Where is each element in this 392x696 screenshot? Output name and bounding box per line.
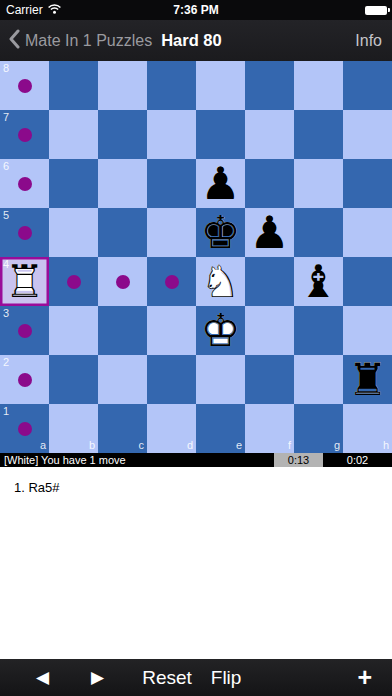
square-b7[interactable]: [49, 110, 98, 159]
legal-move-dot[interactable]: [116, 275, 130, 289]
square-c8[interactable]: [98, 61, 147, 110]
square-c6[interactable]: [98, 159, 147, 208]
bottom-toolbar: ◀ ▶ Reset Flip +: [0, 659, 392, 696]
file-label: b: [89, 440, 95, 451]
black-pawn[interactable]: ♙♟: [245, 208, 294, 257]
square-d7[interactable]: [147, 110, 196, 159]
square-e7[interactable]: [196, 110, 245, 159]
square-a4[interactable]: 4♜♖: [0, 257, 49, 306]
square-b2[interactable]: [49, 355, 98, 404]
legal-move-dot[interactable]: [67, 275, 81, 289]
next-move-button[interactable]: ▶: [91, 667, 104, 688]
square-c3[interactable]: [98, 306, 147, 355]
square-g7[interactable]: [294, 110, 343, 159]
square-b1[interactable]: b: [49, 404, 98, 453]
legal-move-dot[interactable]: [18, 373, 32, 387]
square-e4[interactable]: ♞♘: [196, 257, 245, 306]
rank-label: 1: [3, 406, 9, 417]
square-g1[interactable]: g: [294, 404, 343, 453]
app-window: Carrier 7:36 PM Mate In 1 Puzzles Ha: [0, 0, 392, 696]
square-f4[interactable]: [245, 257, 294, 306]
square-a2[interactable]: 2: [0, 355, 49, 404]
black-king[interactable]: ♔♚: [196, 208, 245, 257]
square-h2[interactable]: ♖♜: [343, 355, 392, 404]
black-rook[interactable]: ♖♜: [343, 355, 392, 404]
square-h3[interactable]: [343, 306, 392, 355]
rank-label: 7: [3, 112, 9, 123]
legal-move-dot[interactable]: [18, 79, 32, 93]
square-b8[interactable]: [49, 61, 98, 110]
square-f6[interactable]: [245, 159, 294, 208]
square-f3[interactable]: [245, 306, 294, 355]
clock-time: 7:36 PM: [0, 3, 392, 17]
rank-label: 6: [3, 161, 9, 172]
square-g4[interactable]: ♗♝: [294, 257, 343, 306]
page-title: Hard 80: [161, 31, 222, 50]
square-h6[interactable]: [343, 159, 392, 208]
back-chevron-icon: [8, 29, 20, 53]
navigation-bar: Mate In 1 Puzzles Hard 80 Info: [0, 20, 392, 61]
square-f1[interactable]: f: [245, 404, 294, 453]
white-knight[interactable]: ♞♘: [196, 257, 245, 306]
square-g2[interactable]: [294, 355, 343, 404]
square-a7[interactable]: 7: [0, 110, 49, 159]
square-e6[interactable]: ♙♟: [196, 159, 245, 208]
square-d8[interactable]: [147, 61, 196, 110]
turn-message: [White] You have 1 move: [0, 453, 274, 467]
file-label: f: [288, 440, 291, 451]
legal-move-dot[interactable]: [18, 422, 32, 436]
legal-move-dot[interactable]: [18, 226, 32, 240]
square-g5[interactable]: [294, 208, 343, 257]
add-button[interactable]: +: [357, 665, 372, 690]
square-g3[interactable]: [294, 306, 343, 355]
square-h4[interactable]: [343, 257, 392, 306]
rank-label: 5: [3, 210, 9, 221]
square-c7[interactable]: [98, 110, 147, 159]
square-e1[interactable]: e: [196, 404, 245, 453]
file-label: h: [383, 440, 389, 451]
back-label: Mate In 1 Puzzles: [25, 32, 152, 50]
square-c2[interactable]: [98, 355, 147, 404]
message-bar: [White] You have 1 move 0:13 0:02: [0, 453, 392, 467]
info-button[interactable]: Info: [355, 32, 392, 50]
square-c4[interactable]: [98, 257, 147, 306]
file-label: d: [187, 440, 193, 451]
file-label: e: [236, 440, 242, 451]
square-b5[interactable]: [49, 208, 98, 257]
square-b6[interactable]: [49, 159, 98, 208]
square-d6[interactable]: [147, 159, 196, 208]
legal-move-dot[interactable]: [18, 128, 32, 142]
chess-board: 876♙♟5♔♚♙♟4♜♖♞♘♗♝3♚♔2♖♜1abcdefgh: [0, 61, 392, 453]
square-f2[interactable]: [245, 355, 294, 404]
square-d1[interactable]: d: [147, 404, 196, 453]
square-d4[interactable]: [147, 257, 196, 306]
square-g8[interactable]: [294, 61, 343, 110]
square-b3[interactable]: [49, 306, 98, 355]
rank-label: 3: [3, 308, 9, 319]
move-list-entry: 1. Ra5#: [0, 467, 392, 495]
square-d2[interactable]: [147, 355, 196, 404]
square-a6[interactable]: 6: [0, 159, 49, 208]
reset-button[interactable]: Reset: [142, 667, 192, 689]
back-button[interactable]: Mate In 1 Puzzles: [0, 29, 152, 53]
square-h1[interactable]: h: [343, 404, 392, 453]
square-c1[interactable]: c: [98, 404, 147, 453]
white-rook[interactable]: ♜♖: [0, 257, 49, 306]
square-e2[interactable]: [196, 355, 245, 404]
file-label: g: [334, 440, 340, 451]
move-list-area: 1. Ra5#: [0, 467, 392, 659]
square-d3[interactable]: [147, 306, 196, 355]
legal-move-dot[interactable]: [165, 275, 179, 289]
square-h5[interactable]: [343, 208, 392, 257]
rank-label: 8: [3, 63, 9, 74]
rank-label: 2: [3, 357, 9, 368]
black-pawn[interactable]: ♙♟: [196, 159, 245, 208]
square-a5[interactable]: 5: [0, 208, 49, 257]
file-label: c: [139, 440, 145, 451]
square-b4[interactable]: [49, 257, 98, 306]
square-f8[interactable]: [245, 61, 294, 110]
square-e3[interactable]: ♚♔: [196, 306, 245, 355]
square-a3[interactable]: 3: [0, 306, 49, 355]
legal-move-dot[interactable]: [18, 324, 32, 338]
square-d5[interactable]: [147, 208, 196, 257]
square-a1[interactable]: 1a: [0, 404, 49, 453]
battery-icon: [365, 6, 387, 15]
black-bishop[interactable]: ♗♝: [294, 257, 343, 306]
square-a8[interactable]: 8: [0, 61, 49, 110]
square-e5[interactable]: ♔♚: [196, 208, 245, 257]
square-g6[interactable]: [294, 159, 343, 208]
square-h7[interactable]: [343, 110, 392, 159]
file-label: a: [40, 440, 46, 451]
legal-move-dot[interactable]: [18, 177, 32, 191]
white-king[interactable]: ♚♔: [196, 306, 245, 355]
square-f5[interactable]: ♙♟: [245, 208, 294, 257]
black-timer: 0:02: [323, 453, 392, 467]
square-e8[interactable]: [196, 61, 245, 110]
previous-move-button[interactable]: ◀: [36, 667, 49, 688]
square-c5[interactable]: [98, 208, 147, 257]
status-bar: Carrier 7:36 PM: [0, 0, 392, 20]
white-timer: 0:13: [274, 453, 323, 467]
square-f7[interactable]: [245, 110, 294, 159]
square-h8[interactable]: [343, 61, 392, 110]
flip-button[interactable]: Flip: [211, 667, 242, 689]
